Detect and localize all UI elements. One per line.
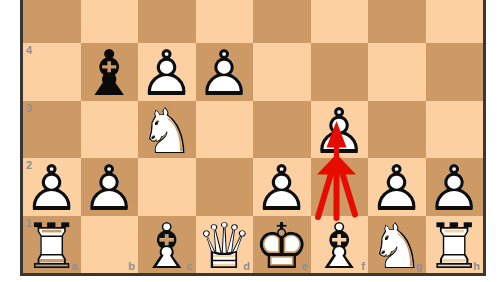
square-h2[interactable]: ♟♙ xyxy=(426,158,484,216)
chess-board-frame: 87654♝♟♙♟♙3♞♘♟♙2♟♙♟♙♟♙♟♙♟♙1a♜♖bc♝♗d♛♕e♚♔… xyxy=(20,0,486,276)
piece-white-pawn-d4: ♟♙ xyxy=(196,45,254,103)
square-f2[interactable] xyxy=(311,158,369,216)
square-d4[interactable]: ♟♙ xyxy=(196,43,254,101)
piece-white-queen-d1: ♛♕ xyxy=(196,218,254,276)
square-h1[interactable]: h♜♖ xyxy=(426,216,484,274)
square-a1[interactable]: 1a♜♖ xyxy=(23,216,81,274)
chess-app-viewport: 87654♝♟♙♟♙3♞♘♟♙2♟♙♟♙♟♙♟♙♟♙1a♜♖bc♝♗d♛♕e♚♔… xyxy=(0,0,501,282)
square-h4[interactable] xyxy=(426,43,484,101)
square-e4[interactable] xyxy=(253,43,311,101)
square-h5[interactable] xyxy=(426,0,484,43)
knight-outline-icon: ♘ xyxy=(138,103,196,161)
square-e1[interactable]: e♚♔ xyxy=(253,216,311,274)
square-f5[interactable] xyxy=(311,0,369,43)
piece-white-pawn-b2: ♟♙ xyxy=(81,160,139,218)
square-f4[interactable] xyxy=(311,43,369,101)
piece-white-rook-h1: ♜♖ xyxy=(426,218,484,276)
square-g1[interactable]: g♞♘ xyxy=(368,216,426,274)
square-g3[interactable] xyxy=(368,101,426,159)
rook-outline-icon: ♖ xyxy=(426,218,484,276)
piece-white-bishop-c1: ♝♗ xyxy=(138,218,196,276)
knight-outline-icon: ♘ xyxy=(368,218,426,276)
piece-white-king-e1: ♚♔ xyxy=(253,218,311,276)
square-b3[interactable] xyxy=(81,101,139,159)
piece-white-knight-c3: ♞♘ xyxy=(138,103,196,161)
king-outline-icon: ♔ xyxy=(253,218,311,276)
piece-white-bishop-f1: ♝♗ xyxy=(311,218,369,276)
square-g5[interactable] xyxy=(368,0,426,43)
square-f3[interactable]: ♟♙ xyxy=(311,101,369,159)
piece-white-rook-a1: ♜♖ xyxy=(23,218,81,276)
rook-outline-icon: ♖ xyxy=(23,218,81,276)
square-c4[interactable]: ♟♙ xyxy=(138,43,196,101)
chess-board: 87654♝♟♙♟♙3♞♘♟♙2♟♙♟♙♟♙♟♙♟♙1a♜♖bc♝♗d♛♕e♚♔… xyxy=(23,0,483,273)
square-e5[interactable] xyxy=(253,0,311,43)
square-f1[interactable]: f♝♗ xyxy=(311,216,369,274)
square-c3[interactable]: ♞♘ xyxy=(138,101,196,159)
queen-outline-icon: ♕ xyxy=(196,218,254,276)
square-e3[interactable] xyxy=(253,101,311,159)
square-d2[interactable] xyxy=(196,158,254,216)
square-e2[interactable]: ♟♙ xyxy=(253,158,311,216)
square-d3[interactable] xyxy=(196,101,254,159)
piece-black-bishop-b4: ♝ xyxy=(81,45,139,103)
square-b1[interactable]: b xyxy=(81,216,139,274)
square-a3[interactable]: 3 xyxy=(23,101,81,159)
pawn-outline-icon: ♙ xyxy=(311,103,369,161)
rank-label-3: 3 xyxy=(26,102,32,114)
piece-white-pawn-f3: ♟♙ xyxy=(311,103,369,161)
bishop-outline-icon: ♗ xyxy=(138,218,196,276)
square-b2[interactable]: ♟♙ xyxy=(81,158,139,216)
square-h3[interactable] xyxy=(426,101,484,159)
rank-label-4: 4 xyxy=(26,44,32,56)
file-label-b: b xyxy=(128,260,135,272)
square-d1[interactable]: d♛♕ xyxy=(196,216,254,274)
piece-white-knight-g1: ♞♘ xyxy=(368,218,426,276)
square-b4[interactable]: ♝ xyxy=(81,43,139,101)
square-a2[interactable]: 2♟♙ xyxy=(23,158,81,216)
square-a5[interactable]: 5 xyxy=(23,0,81,43)
square-c2[interactable] xyxy=(138,158,196,216)
square-g4[interactable] xyxy=(368,43,426,101)
pawn-outline-icon: ♙ xyxy=(196,45,254,103)
square-c1[interactable]: c♝♗ xyxy=(138,216,196,274)
square-a4[interactable]: 4 xyxy=(23,43,81,101)
bishop-icon: ♝ xyxy=(81,45,139,103)
pawn-outline-icon: ♙ xyxy=(81,160,139,218)
bishop-outline-icon: ♗ xyxy=(311,218,369,276)
square-g2[interactable]: ♟♙ xyxy=(368,158,426,216)
